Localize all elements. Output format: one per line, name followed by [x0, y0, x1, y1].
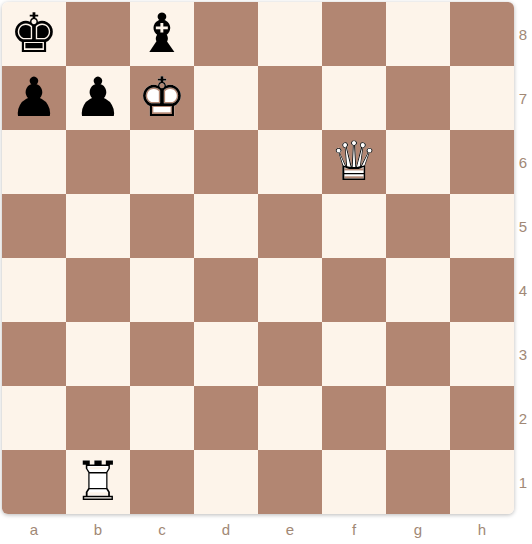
square-g4[interactable]	[386, 258, 450, 322]
square-d4[interactable]	[194, 258, 258, 322]
square-c8[interactable]: ♝	[130, 2, 194, 66]
square-d8[interactable]	[194, 2, 258, 66]
rank-label-5: 5	[514, 194, 532, 258]
file-label-f: f	[322, 514, 386, 544]
square-d2[interactable]	[194, 386, 258, 450]
square-c2[interactable]	[130, 386, 194, 450]
square-a6[interactable]	[2, 130, 66, 194]
square-g7[interactable]	[386, 66, 450, 130]
square-d5[interactable]	[194, 194, 258, 258]
square-a4[interactable]	[2, 258, 66, 322]
square-d1[interactable]	[194, 450, 258, 514]
rank-label-2: 2	[514, 386, 532, 450]
file-label-b: b	[66, 514, 130, 544]
square-f6[interactable]: ♛♕	[322, 130, 386, 194]
square-f4[interactable]	[322, 258, 386, 322]
square-h7[interactable]	[450, 66, 514, 130]
square-b1[interactable]: ♜♖	[66, 450, 130, 514]
square-f1[interactable]	[322, 450, 386, 514]
rank-label-8: 8	[514, 2, 532, 66]
square-h5[interactable]	[450, 194, 514, 258]
square-d3[interactable]	[194, 322, 258, 386]
square-b6[interactable]	[66, 130, 130, 194]
square-h3[interactable]	[450, 322, 514, 386]
square-a5[interactable]	[2, 194, 66, 258]
square-e6[interactable]	[258, 130, 322, 194]
square-a7[interactable]: ♟	[2, 66, 66, 130]
square-b3[interactable]	[66, 322, 130, 386]
white-queen[interactable]: ♛♕	[322, 130, 386, 194]
chess-board: ♚♝♟♟♚♔♛♕♜♖	[2, 2, 514, 514]
square-h2[interactable]	[450, 386, 514, 450]
square-h8[interactable]	[450, 2, 514, 66]
square-g6[interactable]	[386, 130, 450, 194]
square-c3[interactable]	[130, 322, 194, 386]
square-g2[interactable]	[386, 386, 450, 450]
square-f5[interactable]	[322, 194, 386, 258]
square-f2[interactable]	[322, 386, 386, 450]
square-c1[interactable]	[130, 450, 194, 514]
square-h4[interactable]	[450, 258, 514, 322]
black-pawn[interactable]: ♟	[2, 66, 66, 130]
chess-board-area: ♚♝♟♟♚♔♛♕♜♖ 87654321 abcdefgh	[0, 0, 532, 544]
square-e4[interactable]	[258, 258, 322, 322]
square-b7[interactable]: ♟	[66, 66, 130, 130]
square-h6[interactable]	[450, 130, 514, 194]
square-c7[interactable]: ♚♔	[130, 66, 194, 130]
file-labels: abcdefgh	[2, 514, 514, 544]
square-e1[interactable]	[258, 450, 322, 514]
square-c4[interactable]	[130, 258, 194, 322]
square-e3[interactable]	[258, 322, 322, 386]
square-h1[interactable]	[450, 450, 514, 514]
rank-label-7: 7	[514, 66, 532, 130]
square-e2[interactable]	[258, 386, 322, 450]
square-b2[interactable]	[66, 386, 130, 450]
square-a8[interactable]: ♚	[2, 2, 66, 66]
file-label-h: h	[450, 514, 514, 544]
square-a1[interactable]	[2, 450, 66, 514]
file-label-d: d	[194, 514, 258, 544]
square-a2[interactable]	[2, 386, 66, 450]
black-king[interactable]: ♚	[2, 2, 66, 66]
file-label-a: a	[2, 514, 66, 544]
square-e7[interactable]	[258, 66, 322, 130]
square-g8[interactable]	[386, 2, 450, 66]
square-c5[interactable]	[130, 194, 194, 258]
square-b5[interactable]	[66, 194, 130, 258]
square-g5[interactable]	[386, 194, 450, 258]
square-a3[interactable]	[2, 322, 66, 386]
square-g3[interactable]	[386, 322, 450, 386]
square-f7[interactable]	[322, 66, 386, 130]
square-g1[interactable]	[386, 450, 450, 514]
rank-label-1: 1	[514, 450, 532, 514]
square-f8[interactable]	[322, 2, 386, 66]
square-e8[interactable]	[258, 2, 322, 66]
black-pawn[interactable]: ♟	[66, 66, 130, 130]
square-b4[interactable]	[66, 258, 130, 322]
square-c6[interactable]	[130, 130, 194, 194]
square-b8[interactable]	[66, 2, 130, 66]
square-e5[interactable]	[258, 194, 322, 258]
white-rook[interactable]: ♜♖	[66, 450, 130, 514]
black-bishop[interactable]: ♝	[130, 2, 194, 66]
rank-label-3: 3	[514, 322, 532, 386]
file-label-c: c	[130, 514, 194, 544]
rank-label-6: 6	[514, 130, 532, 194]
rank-labels: 87654321	[514, 2, 532, 514]
white-king[interactable]: ♚♔	[130, 66, 194, 130]
square-f3[interactable]	[322, 322, 386, 386]
file-label-e: e	[258, 514, 322, 544]
square-d6[interactable]	[194, 130, 258, 194]
rank-label-4: 4	[514, 258, 532, 322]
square-d7[interactable]	[194, 66, 258, 130]
file-label-g: g	[386, 514, 450, 544]
